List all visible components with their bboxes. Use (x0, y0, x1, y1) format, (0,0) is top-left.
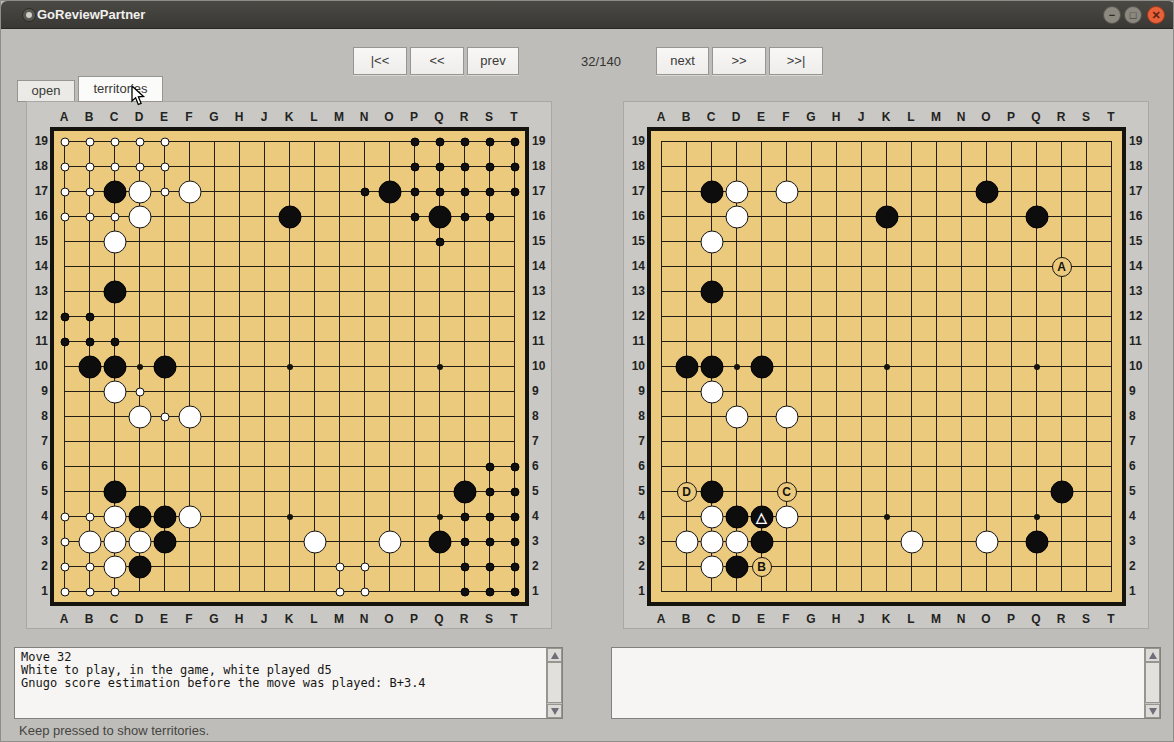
row-label: 14 (532, 259, 551, 273)
variation-label[interactable]: D (677, 482, 697, 502)
row-label: 4 (626, 509, 645, 523)
black-stone (128, 505, 151, 528)
row-label: 11 (626, 334, 645, 348)
column-label: J (252, 110, 276, 124)
black-territory-mark (485, 137, 494, 146)
white-stone (103, 380, 126, 403)
black-territory-mark (510, 162, 519, 171)
row-label: 7 (626, 434, 645, 448)
black-stone (700, 355, 723, 378)
white-territory-mark (135, 162, 144, 171)
row-label: 9 (1129, 384, 1148, 398)
column-label: N (949, 110, 973, 124)
row-label: 10 (532, 359, 551, 373)
column-label: M (924, 612, 948, 626)
black-stone (875, 205, 898, 228)
white-stone (128, 180, 151, 203)
black-territory-mark (85, 312, 94, 321)
black-stone (78, 355, 101, 378)
star-point (287, 364, 293, 370)
row-label: 19 (532, 134, 551, 148)
column-label: L (899, 612, 923, 626)
black-territory-mark (410, 162, 419, 171)
white-stone (725, 180, 748, 203)
white-stone (78, 530, 101, 553)
row-label: 6 (532, 459, 551, 473)
column-label: H (824, 110, 848, 124)
row-label: 3 (1129, 534, 1148, 548)
row-label: 4 (29, 509, 48, 523)
column-label: J (849, 612, 873, 626)
row-label: 2 (1129, 559, 1148, 573)
row-label: 2 (532, 559, 551, 573)
row-label: 13 (1129, 284, 1148, 298)
prev-button[interactable]: prev (467, 47, 519, 75)
scroll-down-icon[interactable] (547, 704, 562, 718)
close-icon[interactable] (1147, 6, 1165, 24)
column-label: B (77, 110, 101, 124)
variation-label[interactable]: A (1052, 257, 1072, 277)
column-label: G (202, 612, 226, 626)
white-territory-mark (85, 512, 94, 521)
black-stone (750, 530, 773, 553)
row-label: 17 (1129, 184, 1148, 198)
white-territory-mark (60, 212, 69, 221)
black-territory-mark (60, 312, 69, 321)
white-territory-mark (60, 137, 69, 146)
star-point (437, 364, 443, 370)
white-territory-mark (335, 562, 344, 571)
black-territory-mark (485, 487, 494, 496)
mouse-cursor (131, 85, 146, 106)
black-stone (725, 505, 748, 528)
row-label: 12 (1129, 309, 1148, 323)
black-territory-mark (435, 162, 444, 171)
white-territory-mark (110, 137, 119, 146)
column-label: Q (1024, 110, 1048, 124)
goban[interactable]: △ABCD (647, 127, 1126, 606)
black-territory-mark (360, 187, 369, 196)
column-label: L (302, 110, 326, 124)
black-territory-mark (510, 487, 519, 496)
black-territory-mark (510, 562, 519, 571)
status-bar: Keep pressed to show territories. (1, 720, 1174, 742)
column-label: G (202, 110, 226, 124)
white-stone (725, 405, 748, 428)
black-stone (153, 530, 176, 553)
white-stone (178, 405, 201, 428)
white-stone (975, 530, 998, 553)
game-board-panel: AABBCCDDEEFFGGHHJJKKLLMMNNOOPPQQRRSSTT11… (623, 101, 1149, 629)
white-stone (725, 530, 748, 553)
white-territory-mark (60, 587, 69, 596)
row-label: 14 (1129, 259, 1148, 273)
column-label: D (724, 110, 748, 124)
row-label: 7 (29, 434, 48, 448)
white-territory-mark (360, 562, 369, 571)
row-label: 13 (532, 284, 551, 298)
row-label: 12 (626, 309, 645, 323)
black-territory-mark (485, 187, 494, 196)
black-territory-mark (435, 137, 444, 146)
row-label: 16 (532, 209, 551, 223)
star-point (1034, 364, 1040, 370)
variation-label[interactable]: B (752, 557, 772, 577)
go-first-button[interactable]: |<< (353, 47, 407, 75)
column-label: L (302, 612, 326, 626)
white-territory-mark (160, 137, 169, 146)
white-stone (378, 530, 401, 553)
goban-grid[interactable] (64, 141, 515, 592)
column-label: P (999, 110, 1023, 124)
star-point (884, 364, 890, 370)
column-label: J (252, 612, 276, 626)
white-stone (178, 505, 201, 528)
row-label: 15 (29, 234, 48, 248)
row-label: 1 (29, 584, 48, 598)
white-territory-mark (160, 162, 169, 171)
column-label: T (1099, 110, 1123, 124)
column-label: T (502, 110, 526, 124)
black-territory-mark (485, 537, 494, 546)
black-stone (153, 505, 176, 528)
column-label: H (824, 612, 848, 626)
column-label: G (799, 612, 823, 626)
white-territory-mark (110, 212, 119, 221)
black-territory-mark (485, 462, 494, 471)
row-label: 19 (29, 134, 48, 148)
column-label: S (1074, 612, 1098, 626)
column-label: N (352, 612, 376, 626)
white-stone (700, 230, 723, 253)
white-stone (700, 555, 723, 578)
scrollbar[interactable] (546, 648, 562, 718)
row-label: 13 (626, 284, 645, 298)
scroll-up-icon[interactable] (547, 648, 562, 662)
white-stone (700, 530, 723, 553)
row-label: 18 (1129, 159, 1148, 173)
row-label: 6 (1129, 459, 1148, 473)
column-label: Q (1024, 612, 1048, 626)
row-label: 12 (532, 309, 551, 323)
white-stone (775, 505, 798, 528)
black-stone (725, 555, 748, 578)
row-label: 10 (626, 359, 645, 373)
column-label: C (699, 612, 723, 626)
white-stone (103, 555, 126, 578)
black-stone (975, 180, 998, 203)
black-stone (103, 355, 126, 378)
column-label: J (849, 110, 873, 124)
white-territory-mark (60, 537, 69, 546)
black-stone (750, 355, 773, 378)
white-territory-mark (85, 587, 94, 596)
column-label: L (899, 110, 923, 124)
black-territory-mark (435, 237, 444, 246)
white-stone (178, 180, 201, 203)
white-stone (103, 230, 126, 253)
black-stone (453, 480, 476, 503)
row-label: 10 (29, 359, 48, 373)
white-stone (128, 530, 151, 553)
row-label: 5 (29, 484, 48, 498)
column-label: F (177, 612, 201, 626)
row-label: 4 (532, 509, 551, 523)
black-territory-mark (510, 587, 519, 596)
scrollbar[interactable] (1144, 648, 1160, 718)
row-label: 8 (532, 409, 551, 423)
white-stone (775, 405, 798, 428)
white-stone (725, 205, 748, 228)
row-label: 1 (1129, 584, 1148, 598)
column-label: B (674, 612, 698, 626)
black-stone (103, 180, 126, 203)
white-stone (303, 530, 326, 553)
black-stone (1025, 530, 1048, 553)
black-territory-mark (510, 137, 519, 146)
star-point (137, 364, 143, 370)
column-label: K (277, 110, 301, 124)
rewind-button[interactable]: << (410, 47, 464, 75)
column-label: P (402, 110, 426, 124)
white-stone (900, 530, 923, 553)
white-territory-mark (60, 512, 69, 521)
black-territory-mark (460, 137, 469, 146)
column-label: R (1049, 612, 1073, 626)
black-territory-mark (485, 587, 494, 596)
black-territory-mark (460, 562, 469, 571)
white-stone (675, 530, 698, 553)
white-territory-mark (135, 137, 144, 146)
star-point (287, 514, 293, 520)
row-label: 1 (532, 584, 551, 598)
comment-textarea[interactable] (611, 647, 1161, 719)
column-label: B (674, 110, 698, 124)
row-label: 8 (626, 409, 645, 423)
black-territory-mark (410, 137, 419, 146)
row-label: 5 (532, 484, 551, 498)
scrollbar-thumb[interactable] (547, 662, 562, 703)
territory-board-panel: AABBCCDDEEFFGGHHJJKKLLMMNNOOPPQQRRSSTT11… (26, 101, 552, 629)
app-window: { "window": { "title": "GoReviewPartner"… (0, 0, 1174, 742)
column-label: C (699, 110, 723, 124)
move-counter: 32/140 (561, 54, 641, 69)
row-label: 16 (626, 209, 645, 223)
row-label: 14 (626, 259, 645, 273)
column-label: E (749, 612, 773, 626)
star-point (884, 514, 890, 520)
column-label: F (177, 110, 201, 124)
row-label: 19 (1129, 134, 1148, 148)
column-label: C (102, 612, 126, 626)
black-stone (700, 480, 723, 503)
tab-territories[interactable]: territories (78, 76, 163, 102)
row-label: 5 (626, 484, 645, 498)
row-label: 12 (29, 309, 48, 323)
row-label: 5 (1129, 484, 1148, 498)
column-label: O (974, 110, 998, 124)
row-label: 8 (29, 409, 48, 423)
white-territory-mark (335, 587, 344, 596)
row-label: 11 (29, 334, 48, 348)
scroll-up-icon[interactable] (1145, 648, 1160, 662)
row-label: 11 (1129, 334, 1148, 348)
white-territory-mark (160, 412, 169, 421)
go-last-button[interactable]: >>| (769, 47, 823, 75)
column-label: A (649, 612, 673, 626)
row-label: 13 (29, 284, 48, 298)
column-label: N (352, 110, 376, 124)
star-point (1034, 514, 1040, 520)
column-label: H (227, 110, 251, 124)
row-label: 9 (532, 384, 551, 398)
column-label: S (477, 612, 501, 626)
row-label: 3 (29, 534, 48, 548)
row-label: 14 (29, 259, 48, 273)
column-label: D (724, 612, 748, 626)
star-point (734, 364, 740, 370)
white-territory-mark (60, 562, 69, 571)
black-territory-mark (460, 537, 469, 546)
row-label: 4 (1129, 509, 1148, 523)
black-stone (700, 280, 723, 303)
column-label: F (774, 612, 798, 626)
column-label: K (874, 110, 898, 124)
row-label: 16 (1129, 209, 1148, 223)
white-stone (128, 405, 151, 428)
row-label: 19 (626, 134, 645, 148)
column-label: O (377, 612, 401, 626)
black-territory-mark (510, 537, 519, 546)
column-label: G (799, 110, 823, 124)
forward-button[interactable]: >> (712, 47, 766, 75)
row-label: 3 (532, 534, 551, 548)
app-icon (22, 8, 36, 22)
white-territory-mark (85, 187, 94, 196)
row-label: 9 (626, 384, 645, 398)
titlebar: GoReviewPartner (1, 1, 1174, 29)
black-stone (428, 530, 451, 553)
row-label: 8 (1129, 409, 1148, 423)
column-label: R (452, 612, 476, 626)
black-stone (378, 180, 401, 203)
white-territory-mark (60, 162, 69, 171)
column-label: B (77, 612, 101, 626)
row-label: 6 (626, 459, 645, 473)
black-stone (700, 180, 723, 203)
row-label: 2 (626, 559, 645, 573)
black-territory-mark (460, 212, 469, 221)
move-info-textarea[interactable]: Move 32 White to play, in the game, whit… (14, 647, 563, 719)
row-label: 15 (1129, 234, 1148, 248)
column-label: K (874, 612, 898, 626)
column-label: C (102, 110, 126, 124)
window-title: GoReviewPartner (37, 7, 145, 22)
black-territory-mark (485, 512, 494, 521)
black-territory-mark (460, 162, 469, 171)
black-territory-mark (460, 587, 469, 596)
row-label: 6 (29, 459, 48, 473)
white-territory-mark (360, 587, 369, 596)
black-territory-mark (485, 162, 494, 171)
black-stone (278, 205, 301, 228)
black-territory-mark (510, 462, 519, 471)
column-label: P (999, 612, 1023, 626)
black-stone (153, 355, 176, 378)
row-label: 11 (532, 334, 551, 348)
row-label: 16 (29, 209, 48, 223)
column-label: T (502, 612, 526, 626)
black-stone (675, 355, 698, 378)
black-territory-mark (460, 187, 469, 196)
column-label: T (1099, 612, 1123, 626)
row-label: 1 (626, 584, 645, 598)
maximize-icon[interactable] (1124, 6, 1142, 24)
star-point (437, 514, 443, 520)
tab-open[interactable]: open (17, 80, 75, 102)
goban-grid[interactable]: △ABCD (661, 141, 1112, 592)
white-territory-mark (135, 387, 144, 396)
goban[interactable] (50, 127, 529, 606)
column-label: F (774, 110, 798, 124)
white-territory-mark (60, 187, 69, 196)
black-stone (428, 205, 451, 228)
column-label: E (749, 110, 773, 124)
column-label: D (127, 612, 151, 626)
white-territory-mark (85, 162, 94, 171)
scroll-down-icon[interactable] (1145, 704, 1160, 718)
black-territory-mark (485, 562, 494, 571)
column-label: P (402, 612, 426, 626)
variation-label[interactable]: C (777, 482, 797, 502)
next-button[interactable]: next (656, 47, 709, 75)
row-label: 3 (626, 534, 645, 548)
white-stone (775, 180, 798, 203)
row-label: 17 (29, 184, 48, 198)
column-label: O (377, 110, 401, 124)
white-stone (700, 505, 723, 528)
row-label: 2 (29, 559, 48, 573)
column-label: Q (427, 612, 451, 626)
black-territory-mark (85, 337, 94, 346)
black-territory-mark (460, 512, 469, 521)
row-label: 18 (626, 159, 645, 173)
white-stone (128, 205, 151, 228)
row-label: 15 (626, 234, 645, 248)
row-label: 18 (532, 159, 551, 173)
minimize-icon[interactable] (1103, 6, 1121, 24)
column-label: S (1074, 110, 1098, 124)
column-label: R (1049, 110, 1073, 124)
column-label: O (974, 612, 998, 626)
black-territory-mark (510, 512, 519, 521)
white-territory-mark (160, 187, 169, 196)
black-stone (103, 280, 126, 303)
white-territory-mark (85, 562, 94, 571)
column-label: S (477, 110, 501, 124)
column-label: A (52, 612, 76, 626)
column-label: R (452, 110, 476, 124)
column-label: K (277, 612, 301, 626)
scrollbar-thumb[interactable] (1145, 662, 1160, 703)
black-stone (128, 555, 151, 578)
column-label: M (327, 110, 351, 124)
row-label: 17 (532, 184, 551, 198)
white-territory-mark (110, 162, 119, 171)
row-label: 7 (532, 434, 551, 448)
column-label: N (949, 612, 973, 626)
column-label: M (924, 110, 948, 124)
